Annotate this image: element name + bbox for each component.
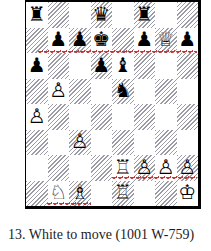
square-a3[interactable] — [26, 130, 48, 156]
square-d6[interactable]: ♟ — [91, 53, 113, 79]
square-g5[interactable] — [155, 79, 177, 105]
white-bishop-c1: ♗ — [71, 182, 89, 202]
white-rook-e2: ♖ — [114, 157, 132, 177]
square-c5[interactable] — [69, 79, 91, 105]
square-d4[interactable] — [91, 104, 113, 130]
spellcheck-squiggle-rank1 — [47, 202, 91, 206]
square-b3[interactable] — [48, 130, 70, 156]
square-c6[interactable] — [69, 53, 91, 79]
square-a4[interactable]: ♙ — [26, 104, 48, 130]
square-c4[interactable] — [69, 104, 91, 130]
square-f3[interactable] — [134, 130, 156, 156]
square-d8[interactable]: ♛ — [91, 2, 113, 28]
white-pawn-g2: ♙ — [157, 157, 175, 177]
square-d1[interactable] — [91, 181, 113, 207]
square-h6[interactable] — [177, 53, 199, 79]
diagram-caption: 13. White to move (1001 W-759) — [8, 227, 194, 243]
square-a2[interactable] — [26, 155, 48, 181]
square-c8[interactable] — [69, 2, 91, 28]
square-h1[interactable]: ♔ — [177, 181, 199, 207]
black-king-d7: ♚ — [92, 29, 110, 49]
square-g1[interactable] — [155, 181, 177, 207]
square-a6[interactable]: ♟ — [26, 53, 48, 79]
square-d5[interactable] — [91, 79, 113, 105]
square-e8[interactable] — [112, 2, 134, 28]
black-pawn-d6: ♟ — [92, 55, 110, 75]
square-e6[interactable]: ♝ — [112, 53, 134, 79]
white-pawn-c3: ♙ — [71, 131, 89, 151]
square-f1[interactable] — [134, 181, 156, 207]
black-pawn-a6: ♟ — [28, 55, 46, 75]
square-f4[interactable] — [134, 104, 156, 130]
black-rook-f8: ♜ — [135, 4, 153, 24]
black-pawn-f7: ♟ — [135, 29, 153, 49]
square-h5[interactable] — [177, 79, 199, 105]
white-pawn-f2: ♙ — [135, 157, 153, 177]
square-d3[interactable] — [91, 130, 113, 156]
square-a5[interactable] — [26, 79, 48, 105]
square-a1[interactable] — [26, 181, 48, 207]
black-pawn-c7: ♟ — [71, 29, 89, 49]
square-b5[interactable]: ♙ — [48, 79, 70, 105]
square-g8[interactable] — [155, 2, 177, 28]
square-b6[interactable] — [48, 53, 70, 79]
white-rook-e1: ♖ — [114, 182, 132, 202]
white-knight-b1: ♘ — [49, 182, 67, 202]
black-queen-d8: ♛ — [92, 4, 110, 24]
square-c3[interactable]: ♙ — [69, 130, 91, 156]
diagram-page: ♜♛♜♟♟♚♟♕♟♟♟♝♙♞♙♙♖♙♙♙♘♗♖♔ 13. White to mo… — [0, 0, 211, 251]
black-pawn-b7: ♟ — [49, 29, 67, 49]
square-c2[interactable] — [69, 155, 91, 181]
square-b8[interactable] — [48, 2, 70, 28]
black-pawn-h7: ♟ — [178, 29, 196, 49]
white-pawn-b5: ♙ — [49, 80, 67, 100]
black-bishop-e6: ♝ — [114, 55, 132, 75]
square-f6[interactable] — [134, 53, 156, 79]
black-knight-e5: ♞ — [114, 80, 132, 100]
square-h8[interactable] — [177, 2, 199, 28]
square-e3[interactable] — [112, 130, 134, 156]
square-e4[interactable] — [112, 104, 134, 130]
square-e5[interactable]: ♞ — [112, 79, 134, 105]
spellcheck-squiggle-rank2 — [112, 176, 197, 180]
white-pawn-h2: ♙ — [178, 157, 196, 177]
square-a8[interactable]: ♜ — [26, 2, 48, 28]
square-f8[interactable]: ♜ — [134, 2, 156, 28]
square-e1[interactable]: ♖ — [112, 181, 134, 207]
square-b2[interactable] — [48, 155, 70, 181]
square-h3[interactable] — [177, 130, 199, 156]
square-h4[interactable] — [177, 104, 199, 130]
square-g6[interactable] — [155, 53, 177, 79]
square-b4[interactable] — [48, 104, 70, 130]
square-d2[interactable] — [91, 155, 113, 181]
white-king-h1: ♔ — [178, 182, 196, 202]
white-queen-g7: ♕ — [157, 29, 175, 49]
white-pawn-a4: ♙ — [28, 106, 46, 126]
square-f5[interactable] — [134, 79, 156, 105]
square-g4[interactable] — [155, 104, 177, 130]
square-g3[interactable] — [155, 130, 177, 156]
black-rook-a8: ♜ — [28, 4, 46, 24]
spellcheck-squiggle-rank7 — [38, 50, 197, 54]
